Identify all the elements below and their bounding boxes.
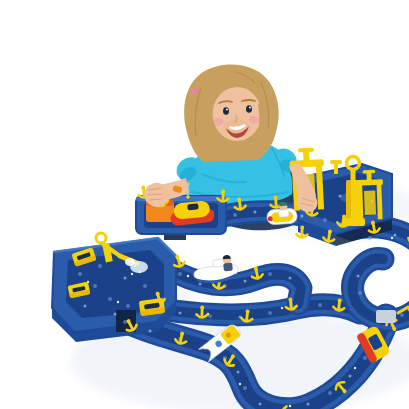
cheek-right (249, 116, 260, 124)
photo-illustration (40, 16, 409, 409)
product-photo: Little girl playing with a large blue wa… (40, 16, 409, 409)
cheek-left (213, 118, 224, 126)
